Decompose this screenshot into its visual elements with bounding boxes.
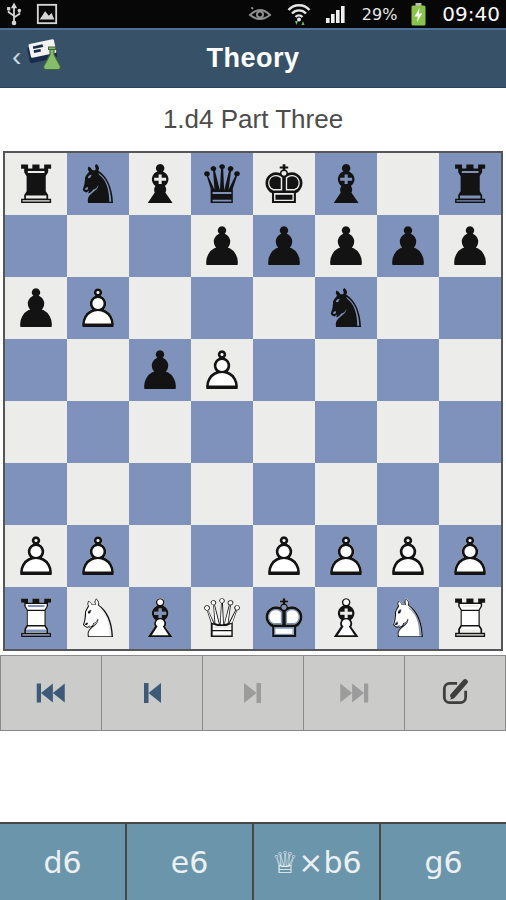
black-pawn: ♟ bbox=[5, 277, 67, 339]
white-queen: ♛ bbox=[191, 587, 253, 649]
white-pawn: ♟ bbox=[5, 525, 67, 587]
square-f4[interactable] bbox=[315, 401, 377, 463]
square-c5[interactable]: ♟ bbox=[129, 339, 191, 401]
square-d3[interactable] bbox=[191, 463, 253, 525]
square-a5[interactable] bbox=[5, 339, 67, 401]
black-king: ♚ bbox=[253, 153, 315, 215]
square-c8[interactable]: ♝ bbox=[129, 153, 191, 215]
white-pawn-outline: ♙ bbox=[439, 525, 501, 587]
black-pawn: ♟ bbox=[315, 215, 377, 277]
square-f8[interactable]: ♝ bbox=[315, 153, 377, 215]
square-d5[interactable]: ♟♙ bbox=[191, 339, 253, 401]
gallery-icon bbox=[36, 3, 58, 25]
square-a8[interactable]: ♜ bbox=[5, 153, 67, 215]
white-bishop-outline: ♗ bbox=[129, 587, 191, 649]
nav-skip-to-end-button[interactable] bbox=[303, 655, 405, 731]
white-pawn-outline: ♙ bbox=[315, 525, 377, 587]
square-c4[interactable] bbox=[129, 401, 191, 463]
white-rook: ♜ bbox=[5, 587, 67, 649]
black-pawn: ♟ bbox=[377, 215, 439, 277]
square-b1[interactable]: ♞♘ bbox=[67, 587, 129, 649]
square-g8[interactable] bbox=[377, 153, 439, 215]
square-a1[interactable]: ♜♖ bbox=[5, 587, 67, 649]
square-a7[interactable] bbox=[5, 215, 67, 277]
square-g6[interactable] bbox=[377, 277, 439, 339]
square-c7[interactable] bbox=[129, 215, 191, 277]
white-king: ♚ bbox=[253, 587, 315, 649]
chess-board: ♜♞♝♛♚♝♜♟♟♟♟♟♟♟♙♞♟♟♙♟♙♟♙♟♙♟♙♟♙♟♙♜♖♞♘♝♗♛♕♚… bbox=[3, 151, 503, 651]
nav-step-forward-button[interactable] bbox=[202, 655, 304, 731]
square-e6[interactable] bbox=[253, 277, 315, 339]
square-c2[interactable] bbox=[129, 525, 191, 587]
wifi-icon bbox=[286, 3, 312, 25]
square-c6[interactable] bbox=[129, 277, 191, 339]
smart-stay-eye-icon bbox=[248, 6, 272, 23]
white-pawn-outline: ♙ bbox=[253, 525, 315, 587]
move-option-2[interactable]: e6 bbox=[125, 824, 252, 900]
black-queen: ♛ bbox=[191, 153, 253, 215]
square-e2[interactable]: ♟♙ bbox=[253, 525, 315, 587]
white-knight-outline: ♘ bbox=[377, 587, 439, 649]
black-pawn: ♟ bbox=[191, 215, 253, 277]
black-pawn: ♟ bbox=[439, 215, 501, 277]
square-e7[interactable]: ♟ bbox=[253, 215, 315, 277]
theory-app-icon[interactable] bbox=[23, 35, 73, 83]
white-knight-outline: ♘ bbox=[67, 587, 129, 649]
white-pawn-outline: ♙ bbox=[377, 525, 439, 587]
white-king-outline: ♔ bbox=[253, 587, 315, 649]
square-g3[interactable] bbox=[377, 463, 439, 525]
white-pawn: ♟ bbox=[191, 339, 253, 401]
white-pawn-outline: ♙ bbox=[67, 525, 129, 587]
move-option-3[interactable]: ♕×b6 bbox=[252, 824, 379, 900]
edit-pencil-icon bbox=[439, 677, 471, 709]
square-f1[interactable]: ♝♗ bbox=[315, 587, 377, 649]
white-rook-outline: ♖ bbox=[439, 587, 501, 649]
white-queen-outline: ♕ bbox=[191, 587, 253, 649]
candidate-moves-bar: d6 e6 ♕×b6 g6 bbox=[0, 822, 506, 900]
nav-step-back-button[interactable] bbox=[101, 655, 203, 731]
square-d6[interactable] bbox=[191, 277, 253, 339]
white-pawn-outline: ♙ bbox=[191, 339, 253, 401]
square-f3[interactable] bbox=[315, 463, 377, 525]
square-e3[interactable] bbox=[253, 463, 315, 525]
move-navigation-bar bbox=[0, 655, 506, 731]
white-pawn-outline: ♙ bbox=[67, 277, 129, 339]
page-title: Theory bbox=[0, 43, 506, 74]
white-pawn: ♟ bbox=[253, 525, 315, 587]
square-f6[interactable]: ♞ bbox=[315, 277, 377, 339]
square-d7[interactable]: ♟ bbox=[191, 215, 253, 277]
square-h3[interactable] bbox=[439, 463, 501, 525]
square-a4[interactable] bbox=[5, 401, 67, 463]
white-pawn: ♟ bbox=[315, 525, 377, 587]
square-d8[interactable]: ♛ bbox=[191, 153, 253, 215]
square-g1[interactable]: ♞♘ bbox=[377, 587, 439, 649]
square-c1[interactable]: ♝♗ bbox=[129, 587, 191, 649]
square-g4[interactable] bbox=[377, 401, 439, 463]
move-option-1[interactable]: d6 bbox=[0, 824, 125, 900]
black-bishop: ♝ bbox=[315, 153, 377, 215]
black-knight: ♞ bbox=[315, 277, 377, 339]
square-e8[interactable]: ♚ bbox=[253, 153, 315, 215]
square-b8[interactable]: ♞ bbox=[67, 153, 129, 215]
square-d4[interactable] bbox=[191, 401, 253, 463]
square-b2[interactable]: ♟♙ bbox=[67, 525, 129, 587]
square-a6[interactable]: ♟ bbox=[5, 277, 67, 339]
square-a2[interactable]: ♟♙ bbox=[5, 525, 67, 587]
white-pawn: ♟ bbox=[67, 277, 129, 339]
back-button[interactable]: ‹ bbox=[12, 43, 21, 71]
square-h4[interactable] bbox=[439, 401, 501, 463]
square-b7[interactable] bbox=[67, 215, 129, 277]
square-a3[interactable] bbox=[5, 463, 67, 525]
white-rook-outline: ♖ bbox=[5, 587, 67, 649]
square-d1[interactable]: ♛♕ bbox=[191, 587, 253, 649]
white-pawn: ♟ bbox=[377, 525, 439, 587]
square-h6[interactable] bbox=[439, 277, 501, 339]
square-h2[interactable]: ♟♙ bbox=[439, 525, 501, 587]
nav-skip-to-start-button[interactable] bbox=[0, 655, 102, 731]
status-bar: 29% 09:40 bbox=[0, 0, 506, 28]
black-rook: ♜ bbox=[439, 153, 501, 215]
white-pawn-outline: ♙ bbox=[5, 525, 67, 587]
square-g5[interactable] bbox=[377, 339, 439, 401]
white-bishop: ♝ bbox=[129, 587, 191, 649]
square-d2[interactable] bbox=[191, 525, 253, 587]
white-bishop-outline: ♗ bbox=[315, 587, 377, 649]
white-pawn: ♟ bbox=[67, 525, 129, 587]
square-e5[interactable] bbox=[253, 339, 315, 401]
square-h5[interactable] bbox=[439, 339, 501, 401]
square-f7[interactable]: ♟ bbox=[315, 215, 377, 277]
chapter-title: 1.d4 Part Three bbox=[163, 104, 343, 135]
step-back-icon bbox=[139, 680, 165, 706]
white-rook: ♜ bbox=[439, 587, 501, 649]
move-option-4[interactable]: g6 bbox=[379, 824, 506, 900]
black-bishop: ♝ bbox=[129, 153, 191, 215]
square-b3[interactable] bbox=[67, 463, 129, 525]
white-bishop: ♝ bbox=[315, 587, 377, 649]
black-pawn: ♟ bbox=[253, 215, 315, 277]
square-e1[interactable]: ♚♔ bbox=[253, 587, 315, 649]
square-b6[interactable]: ♟♙ bbox=[67, 277, 129, 339]
square-c3[interactable] bbox=[129, 463, 191, 525]
skip-to-end-icon bbox=[335, 680, 373, 706]
white-knight: ♞ bbox=[377, 587, 439, 649]
black-knight: ♞ bbox=[67, 153, 129, 215]
black-rook: ♜ bbox=[5, 153, 67, 215]
step-forward-icon bbox=[240, 680, 266, 706]
square-f5[interactable] bbox=[315, 339, 377, 401]
subtitle-row: 1.d4 Part Three bbox=[0, 88, 506, 151]
signal-strength-icon bbox=[326, 5, 348, 23]
square-g7[interactable]: ♟ bbox=[377, 215, 439, 277]
board-container: ♜♞♝♛♚♝♜♟♟♟♟♟♟♟♙♞♟♟♙♟♙♟♙♟♙♟♙♟♙♟♙♜♖♞♘♝♗♛♕♚… bbox=[0, 151, 506, 651]
square-e4[interactable] bbox=[253, 401, 315, 463]
square-b4[interactable] bbox=[67, 401, 129, 463]
square-f2[interactable]: ♟♙ bbox=[315, 525, 377, 587]
usb-icon bbox=[6, 2, 22, 26]
square-h1[interactable]: ♜♖ bbox=[439, 587, 501, 649]
battery-percent: 29% bbox=[362, 5, 398, 24]
square-g2[interactable]: ♟♙ bbox=[377, 525, 439, 587]
app-header: ‹ Theory bbox=[0, 28, 506, 88]
square-h8[interactable]: ♜ bbox=[439, 153, 501, 215]
white-knight: ♞ bbox=[67, 587, 129, 649]
nav-edit-button[interactable] bbox=[404, 655, 506, 731]
white-pawn: ♟ bbox=[439, 525, 501, 587]
square-h7[interactable]: ♟ bbox=[439, 215, 501, 277]
black-pawn: ♟ bbox=[129, 339, 191, 401]
clock-text: 09:40 bbox=[442, 2, 500, 26]
square-b5[interactable] bbox=[67, 339, 129, 401]
battery-charging-icon bbox=[411, 3, 426, 26]
skip-to-start-icon bbox=[32, 680, 70, 706]
